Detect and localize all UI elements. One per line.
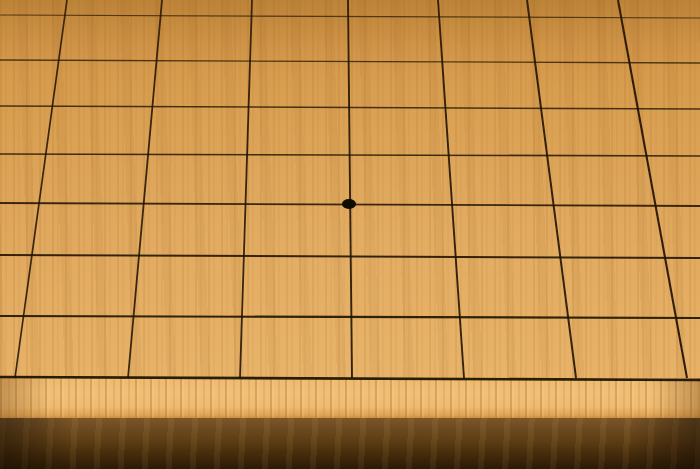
grid-vline-2	[128, 0, 162, 378]
grid-vline-1	[15, 0, 67, 378]
grid-vline-7	[618, 0, 687, 378]
grid-vline-5	[438, 0, 464, 378]
star-point-tengen	[342, 199, 356, 209]
grid-vline-3	[240, 0, 252, 378]
grid-vline-6	[527, 0, 576, 378]
grid-hline-7	[0, 316, 700, 318]
grid-vline-4	[348, 0, 352, 378]
grid-hline-8	[0, 377, 700, 380]
grid-hline-1	[0, 15, 700, 18]
grid-hline-2	[0, 60, 700, 63]
grid-lines-svg	[0, 0, 700, 469]
go-board-photo	[0, 0, 700, 469]
